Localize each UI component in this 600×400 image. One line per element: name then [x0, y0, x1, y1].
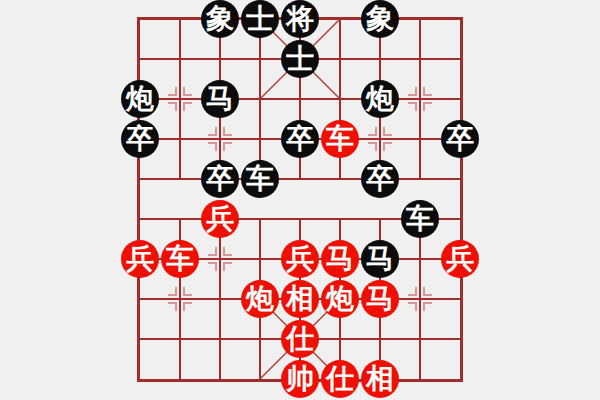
piece-black-soldier[interactable]: 卒	[281, 120, 319, 158]
xiangqi-board[interactable]: 象士将象士炮马炮卒卒车卒卒车卒兵车兵车兵马马兵炮相炮马仕帅仕相	[0, 0, 600, 400]
piece-black-advisor[interactable]: 士	[281, 40, 319, 78]
piece-red-cannon[interactable]: 炮	[321, 280, 359, 318]
piece-red-general[interactable]: 帅	[281, 360, 319, 398]
piece-red-advisor[interactable]: 仕	[281, 320, 319, 358]
piece-red-horse[interactable]: 马	[321, 240, 359, 278]
piece-black-soldier[interactable]: 卒	[121, 120, 159, 158]
piece-red-soldier[interactable]: 兵	[281, 240, 319, 278]
piece-red-soldier[interactable]: 兵	[121, 240, 159, 278]
piece-red-elephant[interactable]: 相	[281, 280, 319, 318]
piece-black-soldier[interactable]: 卒	[201, 160, 239, 198]
piece-red-chariot[interactable]: 车	[161, 240, 199, 278]
piece-black-elephant[interactable]: 象	[201, 0, 239, 38]
piece-red-cannon[interactable]: 炮	[241, 280, 279, 318]
pieces: 象士将象士炮马炮卒卒车卒卒车卒兵车兵车兵马马兵炮相炮马仕帅仕相	[0, 0, 600, 400]
piece-red-advisor[interactable]: 仕	[321, 360, 359, 398]
piece-black-horse[interactable]: 马	[361, 240, 399, 278]
piece-black-soldier[interactable]: 卒	[361, 160, 399, 198]
piece-black-elephant[interactable]: 象	[361, 0, 399, 38]
piece-black-chariot[interactable]: 车	[241, 160, 279, 198]
piece-black-soldier[interactable]: 卒	[441, 120, 479, 158]
piece-black-cannon[interactable]: 炮	[121, 80, 159, 118]
piece-black-cannon[interactable]: 炮	[361, 80, 399, 118]
piece-black-advisor[interactable]: 士	[241, 0, 279, 38]
piece-black-horse[interactable]: 马	[201, 80, 239, 118]
piece-red-chariot[interactable]: 车	[321, 120, 359, 158]
piece-red-soldier[interactable]: 兵	[441, 240, 479, 278]
piece-red-soldier[interactable]: 兵	[201, 200, 239, 238]
piece-black-chariot[interactable]: 车	[401, 200, 439, 238]
piece-red-elephant[interactable]: 相	[361, 360, 399, 398]
piece-black-general[interactable]: 将	[281, 0, 319, 38]
piece-red-horse[interactable]: 马	[361, 280, 399, 318]
